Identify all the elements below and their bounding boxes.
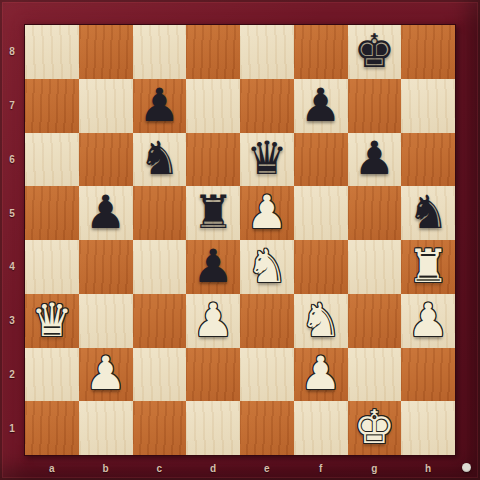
- white-knight[interactable]: ♞: [246, 243, 287, 289]
- square-d2[interactable]: [186, 348, 240, 402]
- file-label-d: d: [186, 456, 240, 480]
- black-rook[interactable]: ♜: [193, 189, 234, 235]
- square-d6[interactable]: [186, 133, 240, 187]
- square-h3[interactable]: ♟: [401, 294, 455, 348]
- square-a5[interactable]: [25, 186, 79, 240]
- file-label-b: b: [79, 456, 133, 480]
- file-label-e: e: [240, 456, 294, 480]
- square-a4[interactable]: [25, 240, 79, 294]
- black-queen[interactable]: ♛: [246, 135, 287, 181]
- square-h2[interactable]: [401, 348, 455, 402]
- square-e8[interactable]: [240, 25, 294, 79]
- square-b8[interactable]: [79, 25, 133, 79]
- square-c4[interactable]: [133, 240, 187, 294]
- white-pawn[interactable]: ♟: [246, 189, 287, 235]
- white-pawn[interactable]: ♟: [193, 297, 234, 343]
- square-f7[interactable]: ♟: [294, 79, 348, 133]
- white-to-move-indicator-dot: [462, 463, 471, 472]
- black-knight[interactable]: ♞: [408, 189, 449, 235]
- white-pawn[interactable]: ♟: [408, 297, 449, 343]
- square-b4[interactable]: [79, 240, 133, 294]
- black-pawn[interactable]: ♟: [85, 189, 126, 235]
- black-king[interactable]: ♚: [354, 28, 395, 74]
- file-label-a: a: [25, 456, 79, 480]
- square-h6[interactable]: [401, 133, 455, 187]
- square-d8[interactable]: [186, 25, 240, 79]
- square-d5[interactable]: ♜: [186, 186, 240, 240]
- square-g6[interactable]: ♟: [348, 133, 402, 187]
- black-pawn[interactable]: ♟: [354, 135, 395, 181]
- square-b1[interactable]: [79, 401, 133, 455]
- square-a2[interactable]: [25, 348, 79, 402]
- square-e7[interactable]: [240, 79, 294, 133]
- square-f5[interactable]: [294, 186, 348, 240]
- white-pawn[interactable]: ♟: [300, 350, 341, 396]
- white-king[interactable]: ♚: [354, 404, 395, 450]
- rank-label-4: 4: [0, 240, 24, 294]
- white-rook[interactable]: ♜: [408, 243, 449, 289]
- square-g5[interactable]: [348, 186, 402, 240]
- white-knight[interactable]: ♞: [300, 297, 341, 343]
- square-a7[interactable]: [25, 79, 79, 133]
- black-pawn[interactable]: ♟: [193, 243, 234, 289]
- black-knight[interactable]: ♞: [139, 135, 180, 181]
- rank-label-6: 6: [0, 133, 24, 187]
- square-f2[interactable]: ♟: [294, 348, 348, 402]
- square-f6[interactable]: [294, 133, 348, 187]
- square-a1[interactable]: [25, 401, 79, 455]
- square-h5[interactable]: ♞: [401, 186, 455, 240]
- square-d4[interactable]: ♟: [186, 240, 240, 294]
- square-e3[interactable]: [240, 294, 294, 348]
- square-f4[interactable]: [294, 240, 348, 294]
- square-a6[interactable]: [25, 133, 79, 187]
- square-d7[interactable]: [186, 79, 240, 133]
- square-g1[interactable]: ♚: [348, 401, 402, 455]
- square-g3[interactable]: [348, 294, 402, 348]
- square-c7[interactable]: ♟: [133, 79, 187, 133]
- square-e2[interactable]: [240, 348, 294, 402]
- chess-board: ♚♟♟♞♛♟♟♜♟♞♟♞♜♛♟♞♟♟♟♚: [24, 24, 456, 456]
- square-c8[interactable]: [133, 25, 187, 79]
- square-h4[interactable]: ♜: [401, 240, 455, 294]
- square-d1[interactable]: [186, 401, 240, 455]
- black-pawn[interactable]: ♟: [300, 82, 341, 128]
- rank-label-2: 2: [0, 348, 24, 402]
- square-b2[interactable]: ♟: [79, 348, 133, 402]
- square-g2[interactable]: [348, 348, 402, 402]
- file-label-c: c: [133, 456, 187, 480]
- square-e6[interactable]: ♛: [240, 133, 294, 187]
- square-b3[interactable]: [79, 294, 133, 348]
- rank-label-1: 1: [0, 401, 24, 455]
- square-f3[interactable]: ♞: [294, 294, 348, 348]
- square-c2[interactable]: [133, 348, 187, 402]
- square-g8[interactable]: ♚: [348, 25, 402, 79]
- rank-label-8: 8: [0, 25, 24, 79]
- square-b6[interactable]: [79, 133, 133, 187]
- rank-label-3: 3: [0, 294, 24, 348]
- square-c1[interactable]: [133, 401, 187, 455]
- square-h1[interactable]: [401, 401, 455, 455]
- square-c6[interactable]: ♞: [133, 133, 187, 187]
- square-c3[interactable]: [133, 294, 187, 348]
- white-queen[interactable]: ♛: [31, 297, 72, 343]
- square-f8[interactable]: [294, 25, 348, 79]
- square-a3[interactable]: ♛: [25, 294, 79, 348]
- square-a8[interactable]: [25, 25, 79, 79]
- square-h8[interactable]: [401, 25, 455, 79]
- square-b5[interactable]: ♟: [79, 186, 133, 240]
- square-e5[interactable]: ♟: [240, 186, 294, 240]
- square-d3[interactable]: ♟: [186, 294, 240, 348]
- square-g7[interactable]: [348, 79, 402, 133]
- square-h7[interactable]: [401, 79, 455, 133]
- rank-label-7: 7: [0, 79, 24, 133]
- square-e4[interactable]: ♞: [240, 240, 294, 294]
- square-e1[interactable]: [240, 401, 294, 455]
- file-label-g: g: [348, 456, 402, 480]
- chess-board-frame: ♚♟♟♞♛♟♟♜♟♞♟♞♜♛♟♞♟♟♟♚ 87654321abcdefgh: [0, 0, 480, 480]
- file-label-h: h: [401, 456, 455, 480]
- file-label-f: f: [294, 456, 348, 480]
- square-b7[interactable]: [79, 79, 133, 133]
- rank-label-5: 5: [0, 186, 24, 240]
- white-pawn[interactable]: ♟: [85, 350, 126, 396]
- square-c5[interactable]: [133, 186, 187, 240]
- black-pawn[interactable]: ♟: [139, 82, 180, 128]
- square-g4[interactable]: [348, 240, 402, 294]
- square-f1[interactable]: [294, 401, 348, 455]
